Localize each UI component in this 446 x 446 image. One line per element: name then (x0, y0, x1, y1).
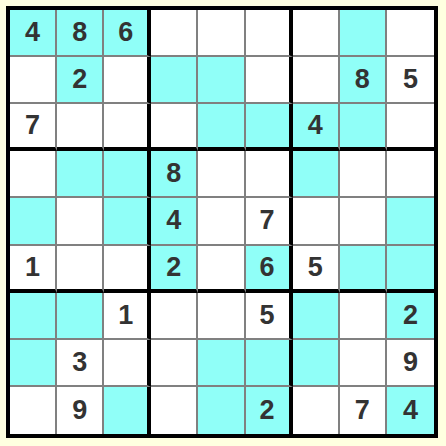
cell-r3c2[interactable] (57, 104, 104, 151)
cell-r8c2[interactable]: 3 (57, 340, 104, 387)
cell-r4c3[interactable] (104, 151, 151, 198)
cell-r7c3[interactable]: 1 (104, 293, 151, 340)
cell-r9c1[interactable] (10, 387, 57, 434)
sudoku-board: 486285748471265152399274 (6, 6, 438, 438)
cell-r4c8[interactable] (340, 151, 387, 198)
cell-r3c9[interactable] (387, 104, 434, 151)
cell-r6c4[interactable]: 2 (151, 246, 198, 293)
cell-r3c1[interactable]: 7 (10, 104, 57, 151)
cell-r3c5[interactable] (198, 104, 245, 151)
cell-r2c3[interactable] (104, 57, 151, 104)
cell-r1c7[interactable] (293, 10, 340, 57)
cell-r9c3[interactable] (104, 387, 151, 434)
cell-r9c8[interactable]: 7 (340, 387, 387, 434)
cell-r6c8[interactable] (340, 246, 387, 293)
cell-r1c3[interactable]: 6 (104, 10, 151, 57)
cell-r8c1[interactable] (10, 340, 57, 387)
cell-r7c5[interactable] (198, 293, 245, 340)
cell-r8c8[interactable] (340, 340, 387, 387)
cell-r6c9[interactable] (387, 246, 434, 293)
cell-r8c5[interactable] (198, 340, 245, 387)
cell-r9c6[interactable]: 2 (246, 387, 293, 434)
cell-r5c2[interactable] (57, 198, 104, 245)
cell-r7c8[interactable] (340, 293, 387, 340)
cell-r9c9[interactable]: 4 (387, 387, 434, 434)
cell-r1c1[interactable]: 4 (10, 10, 57, 57)
cell-r2c2[interactable]: 2 (57, 57, 104, 104)
cell-r2c1[interactable] (10, 57, 57, 104)
cell-r7c2[interactable] (57, 293, 104, 340)
cell-r2c7[interactable] (293, 57, 340, 104)
page-background: 486285748471265152399274 (0, 0, 446, 446)
cell-r3c4[interactable] (151, 104, 198, 151)
cell-r9c4[interactable] (151, 387, 198, 434)
cell-r9c7[interactable] (293, 387, 340, 434)
cell-r5c3[interactable] (104, 198, 151, 245)
cell-r1c4[interactable] (151, 10, 198, 57)
cell-r2c4[interactable] (151, 57, 198, 104)
cell-r6c7[interactable]: 5 (293, 246, 340, 293)
cell-r4c5[interactable] (198, 151, 245, 198)
cell-r1c2[interactable]: 8 (57, 10, 104, 57)
cell-r7c6[interactable]: 5 (246, 293, 293, 340)
cell-r7c9[interactable]: 2 (387, 293, 434, 340)
cell-r6c5[interactable] (198, 246, 245, 293)
cell-r8c7[interactable] (293, 340, 340, 387)
cell-r4c9[interactable] (387, 151, 434, 198)
cell-r7c1[interactable] (10, 293, 57, 340)
cell-r9c2[interactable]: 9 (57, 387, 104, 434)
cell-r2c9[interactable]: 5 (387, 57, 434, 104)
cell-r8c4[interactable] (151, 340, 198, 387)
cell-r3c3[interactable] (104, 104, 151, 151)
cell-r6c3[interactable] (104, 246, 151, 293)
cell-r4c7[interactable] (293, 151, 340, 198)
cell-r4c2[interactable] (57, 151, 104, 198)
cell-r8c6[interactable] (246, 340, 293, 387)
cell-r5c8[interactable] (340, 198, 387, 245)
cell-r8c9[interactable]: 9 (387, 340, 434, 387)
cell-r3c6[interactable] (246, 104, 293, 151)
cell-r1c6[interactable] (246, 10, 293, 57)
cell-r6c1[interactable]: 1 (10, 246, 57, 293)
cell-r4c1[interactable] (10, 151, 57, 198)
cell-r6c6[interactable]: 6 (246, 246, 293, 293)
cell-r1c8[interactable] (340, 10, 387, 57)
cell-r5c7[interactable] (293, 198, 340, 245)
cell-r7c4[interactable] (151, 293, 198, 340)
cell-r2c6[interactable] (246, 57, 293, 104)
cell-r3c7[interactable]: 4 (293, 104, 340, 151)
cell-r4c6[interactable] (246, 151, 293, 198)
cell-r7c7[interactable] (293, 293, 340, 340)
cell-r1c9[interactable] (387, 10, 434, 57)
cell-r5c9[interactable] (387, 198, 434, 245)
cell-r5c5[interactable] (198, 198, 245, 245)
cell-r2c5[interactable] (198, 57, 245, 104)
cell-r5c6[interactable]: 7 (246, 198, 293, 245)
cell-r8c3[interactable] (104, 340, 151, 387)
cell-r3c8[interactable] (340, 104, 387, 151)
cell-r5c4[interactable]: 4 (151, 198, 198, 245)
cell-r4c4[interactable]: 8 (151, 151, 198, 198)
cell-r6c2[interactable] (57, 246, 104, 293)
cell-r5c1[interactable] (10, 198, 57, 245)
cell-r1c5[interactable] (198, 10, 245, 57)
cell-r2c8[interactable]: 8 (340, 57, 387, 104)
cell-r9c5[interactable] (198, 387, 245, 434)
